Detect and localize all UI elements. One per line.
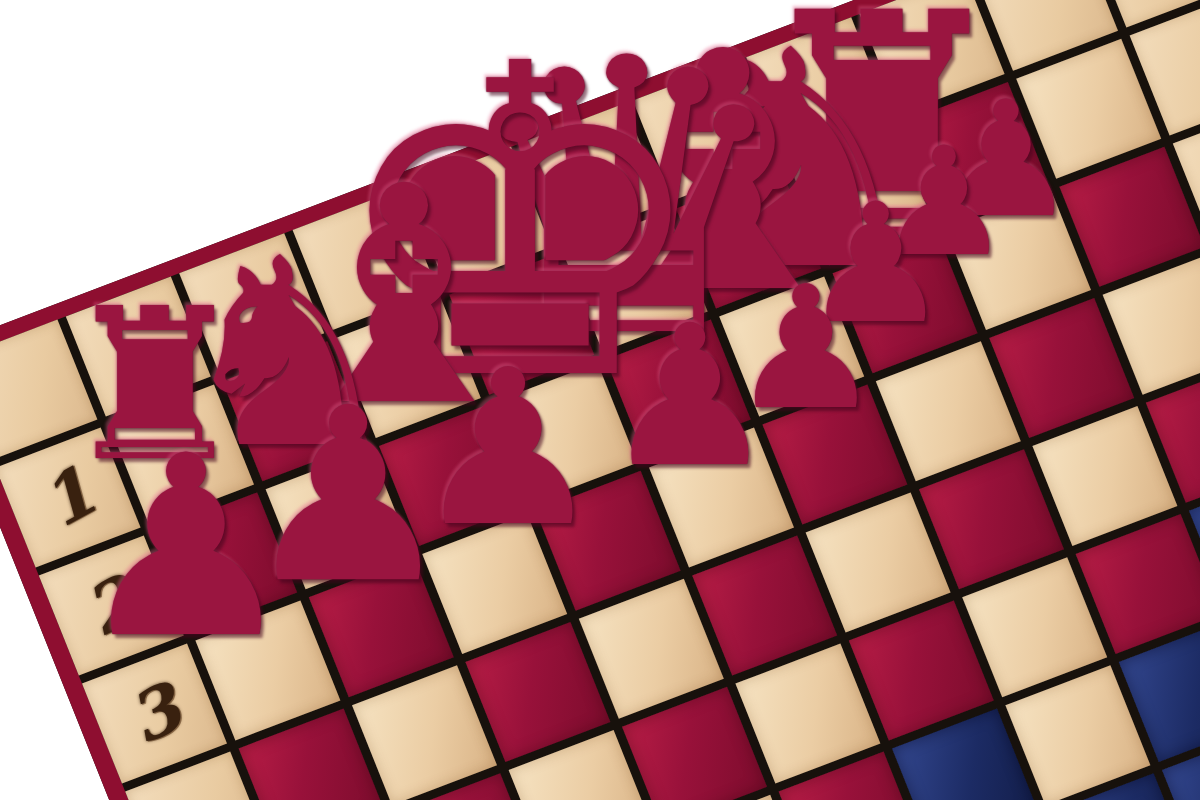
photo-background: 12233 ♟♜♟♞♝♟♛♚♟♝♞♜♟♟♟♟ (0, 0, 1200, 800)
chess-board: 12233 (0, 0, 1200, 800)
